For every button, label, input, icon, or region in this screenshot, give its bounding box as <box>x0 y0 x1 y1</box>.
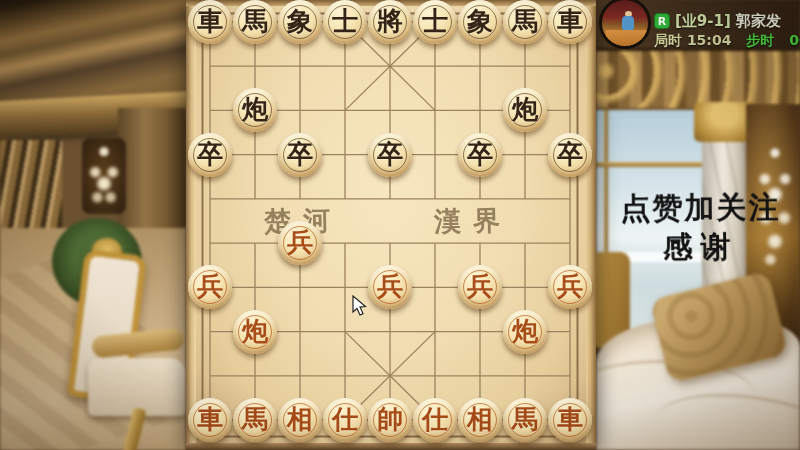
piece-character: 卒 <box>377 141 403 167</box>
piece-character: 仕 <box>422 406 448 432</box>
board-frame-bottom <box>186 443 596 450</box>
piece-red-chariot[interactable]: 車 <box>188 398 232 442</box>
app-screen: 楚河 漢界 車馬象士將士象馬車炮炮卒卒卒卒卒兵兵兵兵兵炮炮車馬相仕帥仕相馬車 R… <box>0 0 800 450</box>
piece-character: 卒 <box>467 141 493 167</box>
move-time-label: 步时 <box>746 32 774 48</box>
game-time-label: 局时 <box>654 32 682 48</box>
piece-character: 帥 <box>377 406 403 432</box>
board[interactable]: 楚河 漢界 車馬象士將士象馬車炮炮卒卒卒卒卒兵兵兵兵兵炮炮車馬相仕帥仕相馬車 <box>186 0 596 450</box>
piece-black-pawn[interactable]: 卒 <box>278 133 322 177</box>
piece-black-elephant[interactable]: 象 <box>278 0 322 44</box>
piece-character: 卒 <box>197 141 223 167</box>
piece-character: 兵 <box>377 273 403 299</box>
piece-red-pawn[interactable]: 兵 <box>458 265 502 309</box>
game-time-value: 15:04 <box>687 32 732 48</box>
move-time-value: 00:29 <box>789 32 800 48</box>
piece-red-advisor[interactable]: 仕 <box>413 398 457 442</box>
board-grid <box>186 0 596 450</box>
piece-character: 炮 <box>242 318 268 344</box>
piece-red-elephant[interactable]: 相 <box>458 398 502 442</box>
board-frame-right <box>586 0 596 450</box>
piece-red-pawn[interactable]: 兵 <box>368 265 412 309</box>
piece-red-horse[interactable]: 馬 <box>233 398 277 442</box>
piece-character: 車 <box>557 406 583 432</box>
player-name-text: 郭家发 <box>736 12 781 30</box>
piece-black-chariot[interactable]: 車 <box>548 0 592 44</box>
piece-red-pawn[interactable]: 兵 <box>278 221 322 265</box>
piece-character: 仕 <box>332 406 358 432</box>
piece-character: 炮 <box>242 96 268 122</box>
piece-character: 相 <box>287 406 313 432</box>
piece-character: 車 <box>197 8 223 34</box>
follow-reminder-text: 点赞加关注 感谢 <box>608 187 794 269</box>
piece-character: 相 <box>467 406 493 432</box>
piece-black-horse[interactable]: 馬 <box>503 0 547 44</box>
piece-character: 兵 <box>197 273 223 299</box>
piece-red-general[interactable]: 帥 <box>368 398 412 442</box>
piece-black-pawn[interactable]: 卒 <box>458 133 502 177</box>
player-rank-tag: [业9-1] <box>675 12 731 30</box>
avatar-desk <box>606 30 650 49</box>
timers: 局时 15:04 步时 00:29 <box>654 32 800 50</box>
piece-character: 炮 <box>512 318 538 344</box>
piece-black-pawn[interactable]: 卒 <box>368 133 412 177</box>
piece-character: 馬 <box>242 406 268 432</box>
piece-black-general[interactable]: 將 <box>368 0 412 44</box>
piece-red-horse[interactable]: 馬 <box>503 398 547 442</box>
piece-black-advisor[interactable]: 士 <box>323 0 367 44</box>
player-hud: R [业9-1] 郭家发 局时 15:04 步时 00:29 <box>596 0 800 56</box>
piece-character: 馬 <box>512 406 538 432</box>
piece-red-pawn[interactable]: 兵 <box>548 265 592 309</box>
piece-character: 馬 <box>512 8 538 34</box>
piece-black-pawn[interactable]: 卒 <box>188 133 232 177</box>
piece-black-horse[interactable]: 馬 <box>233 0 277 44</box>
board-frame-left <box>186 0 196 450</box>
rank-badge-icon: R <box>654 13 670 29</box>
piece-character: 兵 <box>287 229 313 255</box>
river-label-right: 漢界 <box>434 202 513 239</box>
piece-character: 車 <box>197 406 223 432</box>
background-room-left <box>0 0 186 450</box>
piece-black-advisor[interactable]: 士 <box>413 0 457 44</box>
mouse-cursor <box>352 295 368 317</box>
piece-character: 象 <box>467 8 493 34</box>
piece-character: 炮 <box>512 96 538 122</box>
piece-character: 士 <box>422 8 448 34</box>
player-avatar[interactable] <box>599 0 651 49</box>
piece-character: 卒 <box>287 141 313 167</box>
piece-black-elephant[interactable]: 象 <box>458 0 502 44</box>
piece-black-pawn[interactable]: 卒 <box>548 133 592 177</box>
piece-character: 兵 <box>467 273 493 299</box>
follow-reminder-line2: 感谢 <box>608 226 793 269</box>
piece-red-elephant[interactable]: 相 <box>278 398 322 442</box>
piece-red-advisor[interactable]: 仕 <box>323 398 367 442</box>
piece-character: 象 <box>287 8 313 34</box>
player-name: [业9-1] 郭家发 <box>675 12 781 31</box>
piece-character: 馬 <box>242 8 268 34</box>
piece-black-chariot[interactable]: 車 <box>188 0 232 44</box>
piece-character: 將 <box>377 8 403 34</box>
avatar-figure <box>622 16 634 30</box>
piece-character: 卒 <box>557 141 583 167</box>
piece-character: 兵 <box>557 273 583 299</box>
chandelier-sconce <box>82 138 126 214</box>
piece-character: 士 <box>332 8 358 34</box>
piece-red-cannon[interactable]: 炮 <box>503 310 547 354</box>
piece-red-chariot[interactable]: 車 <box>548 398 592 442</box>
piece-red-cannon[interactable]: 炮 <box>233 310 277 354</box>
piece-character: 車 <box>557 8 583 34</box>
piece-red-pawn[interactable]: 兵 <box>188 265 232 309</box>
follow-reminder-line1: 点赞加关注 <box>608 187 793 230</box>
window-frame-horizontal <box>596 162 708 167</box>
